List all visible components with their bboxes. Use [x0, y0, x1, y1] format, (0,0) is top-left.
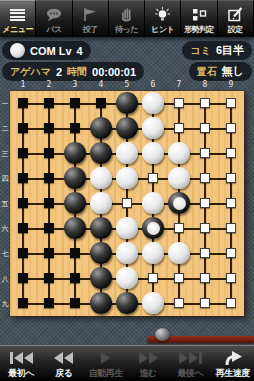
white-territory-marker	[226, 198, 236, 208]
dead-stone-mark	[173, 197, 186, 210]
black-stone	[90, 267, 112, 289]
board-cell[interactable]	[140, 141, 166, 166]
white-territory-marker	[148, 173, 158, 183]
board-cell[interactable]	[114, 266, 140, 291]
pass-button[interactable]: パス	[36, 0, 72, 37]
board-cell[interactable]	[114, 241, 140, 266]
com-level-value: 4	[77, 45, 83, 57]
black-stone	[64, 192, 86, 214]
white-territory-marker	[174, 273, 184, 283]
board-cell[interactable]	[88, 116, 114, 141]
white-territory-marker	[200, 248, 210, 258]
board-cell[interactable]	[166, 141, 192, 166]
menu-button-label: メニュー	[2, 24, 33, 35]
dead-stone-mark	[147, 222, 160, 235]
board-grid	[10, 91, 244, 316]
white-stone	[90, 192, 112, 214]
board-cell[interactable]	[114, 116, 140, 141]
board-cell[interactable]	[166, 291, 192, 316]
board-cell[interactable]	[88, 241, 114, 266]
board-cell[interactable]	[166, 91, 192, 116]
white-territory-marker	[200, 198, 210, 208]
board-cell[interactable]	[166, 116, 192, 141]
row-label: 二	[0, 116, 10, 141]
board-cell[interactable]	[10, 241, 36, 266]
black-territory-marker	[96, 98, 106, 108]
black-stone	[64, 167, 86, 189]
skip-to-last-button[interactable]: 最後へ	[169, 346, 211, 381]
playback-speed-button[interactable]: 再生速度	[212, 346, 254, 381]
handicap-label: 置石	[197, 65, 217, 79]
white-territory-marker	[226, 223, 236, 233]
board-cell[interactable]	[62, 166, 88, 191]
black-territory-marker	[18, 123, 28, 133]
board-cell[interactable]	[88, 291, 114, 316]
board-cell[interactable]	[88, 216, 114, 241]
black-territory-marker	[44, 273, 54, 283]
board-cell[interactable]	[36, 241, 62, 266]
board-cell[interactable]	[166, 241, 192, 266]
board-cell[interactable]	[192, 216, 218, 241]
board-cell[interactable]	[10, 266, 36, 291]
black-territory-marker	[44, 148, 54, 158]
black-territory-marker	[44, 123, 54, 133]
speech-bubble-icon	[46, 5, 62, 24]
board-cell[interactable]	[10, 166, 36, 191]
board-cell[interactable]	[88, 91, 114, 116]
settings-button[interactable]: 設定	[218, 0, 254, 37]
board-cell[interactable]	[140, 166, 166, 191]
settings-icon	[227, 5, 243, 24]
menu-button[interactable]: メニュー	[0, 0, 36, 37]
white-stone	[142, 142, 164, 164]
black-stone	[90, 142, 112, 164]
board-cell[interactable]	[166, 216, 192, 241]
board-cell[interactable]	[36, 166, 62, 191]
time-value: 00:00:01	[92, 66, 136, 78]
board-cell[interactable]	[62, 91, 88, 116]
board-cell[interactable]	[10, 141, 36, 166]
board-cell[interactable]	[36, 116, 62, 141]
board-cell[interactable]	[166, 266, 192, 291]
white-territory-marker	[200, 298, 210, 308]
black-territory-marker	[44, 98, 54, 108]
white-stone	[168, 167, 190, 189]
white-territory-marker	[200, 223, 210, 233]
row-label: 六	[0, 216, 10, 241]
go-app-screen: メニュー パス 投了 待った ヒント	[0, 0, 254, 381]
white-territory-marker	[226, 173, 236, 183]
white-territory-marker	[226, 98, 236, 108]
step-back-button[interactable]: 戻る	[42, 346, 84, 381]
black-territory-marker	[44, 198, 54, 208]
row-label: 七	[0, 241, 10, 266]
black-stone	[90, 292, 112, 314]
black-territory-marker	[18, 223, 28, 233]
resign-button[interactable]: 投了	[73, 0, 109, 37]
undo-button-label: 待った	[115, 24, 138, 35]
row-label: 三	[0, 141, 10, 166]
white-territory-marker	[174, 223, 184, 233]
skip-to-first-button[interactable]: 最初へ	[0, 346, 42, 381]
white-territory-marker	[200, 123, 210, 133]
black-territory-marker	[18, 173, 28, 183]
step-forward-label: 進む	[140, 367, 157, 380]
board-cell[interactable]	[62, 241, 88, 266]
white-stone	[116, 142, 138, 164]
black-stone	[64, 217, 86, 239]
row-label: 四	[0, 166, 10, 191]
board-cell[interactable]	[62, 141, 88, 166]
board-cell[interactable]	[36, 266, 62, 291]
flag-icon	[82, 5, 98, 24]
handicap-value: 無し	[222, 64, 244, 79]
white-stone	[168, 242, 190, 264]
board-cell[interactable]	[114, 166, 140, 191]
board-cell[interactable]	[140, 266, 166, 291]
board-cell[interactable]	[218, 266, 244, 291]
time-label: 時間	[67, 65, 87, 79]
playback-speed-icon	[223, 349, 243, 367]
column-label: 6	[140, 80, 166, 89]
black-territory-marker	[44, 223, 54, 233]
black-territory-marker	[44, 248, 54, 258]
board-cell[interactable]	[62, 266, 88, 291]
board-cell[interactable]	[140, 291, 166, 316]
white-territory-marker	[200, 273, 210, 283]
board-cell[interactable]	[218, 216, 244, 241]
board-cell[interactable]	[62, 191, 88, 216]
white-territory-marker	[200, 98, 210, 108]
black-territory-marker	[70, 273, 80, 283]
board-cell[interactable]	[114, 191, 140, 216]
board-cell[interactable]	[218, 166, 244, 191]
go-board	[10, 91, 244, 316]
board-cell[interactable]	[218, 241, 244, 266]
board-cell[interactable]	[62, 291, 88, 316]
board-cell[interactable]	[140, 191, 166, 216]
white-stone	[116, 242, 138, 264]
column-label: 9	[218, 80, 244, 89]
white-stone	[142, 192, 164, 214]
black-territory-marker	[18, 298, 28, 308]
column-label: 5	[114, 80, 140, 89]
board-cell[interactable]	[140, 216, 166, 241]
board-cell[interactable]	[218, 116, 244, 141]
capture-time-pill: アゲハマ 2 時間 00:00:01	[2, 62, 144, 81]
white-stone	[142, 242, 164, 264]
black-territory-marker	[70, 98, 80, 108]
step-back-icon	[54, 349, 73, 367]
board-cell[interactable]	[140, 241, 166, 266]
autoplay-label: 自動再生	[89, 367, 123, 380]
board-cell[interactable]	[218, 141, 244, 166]
black-stone	[116, 117, 138, 139]
skip-to-first-icon	[10, 349, 33, 367]
board-cell[interactable]	[88, 166, 114, 191]
white-stone	[168, 142, 190, 164]
board-cell[interactable]	[218, 191, 244, 216]
step-forward-button[interactable]: 進む	[127, 346, 169, 381]
white-territory-marker	[200, 173, 210, 183]
white-territory-marker	[226, 248, 236, 258]
board-cell[interactable]	[88, 141, 114, 166]
board-cell[interactable]	[192, 291, 218, 316]
black-territory-marker	[18, 98, 28, 108]
resign-button-label: 投了	[83, 24, 98, 35]
settings-button-label: 設定	[228, 24, 243, 35]
board-cell[interactable]	[36, 216, 62, 241]
board-cell[interactable]	[114, 216, 140, 241]
top-toolbar: メニュー パス 投了 待った ヒント	[0, 0, 254, 37]
white-stone	[142, 117, 164, 139]
white-stone	[142, 92, 164, 114]
column-label: 3	[62, 80, 88, 89]
playback-toolbar: 最初へ 戻る 自動再生 進む 最後へ 再生速度	[0, 345, 254, 381]
column-label: 7	[166, 80, 192, 89]
board-cell[interactable]	[218, 91, 244, 116]
board-cell[interactable]	[114, 141, 140, 166]
black-territory-marker	[18, 198, 28, 208]
column-label: 1	[10, 80, 36, 89]
black-stone	[116, 292, 138, 314]
komi-value: 6目半	[216, 43, 244, 58]
black-territory-marker	[44, 173, 54, 183]
hint-button-label: ヒント	[151, 24, 174, 35]
black-territory-marker	[70, 248, 80, 258]
board-cell[interactable]	[36, 91, 62, 116]
row-labels: 一二三四五六七八九	[0, 91, 10, 316]
board-cell[interactable]	[88, 191, 114, 216]
row-label: 八	[0, 266, 10, 291]
white-territory-marker	[226, 298, 236, 308]
black-stone	[116, 92, 138, 114]
black-territory-marker	[70, 123, 80, 133]
row-label: 五	[0, 191, 10, 216]
board-cell[interactable]	[62, 216, 88, 241]
board-cell[interactable]	[114, 91, 140, 116]
white-territory-marker	[226, 148, 236, 158]
white-territory-marker	[174, 98, 184, 108]
board-cell[interactable]	[166, 191, 192, 216]
play-icon	[101, 349, 110, 367]
dead-black-stone	[168, 192, 190, 214]
hint-button[interactable]: ヒント	[145, 0, 181, 37]
board-cell[interactable]	[140, 116, 166, 141]
playback-speed-label: 再生速度	[216, 367, 250, 380]
board-cell[interactable]	[192, 141, 218, 166]
board-cell[interactable]	[114, 291, 140, 316]
board-cell[interactable]	[192, 266, 218, 291]
board-cell[interactable]	[192, 191, 218, 216]
pass-button-label: パス	[46, 24, 61, 35]
board-cell[interactable]	[192, 91, 218, 116]
black-territory-marker	[18, 148, 28, 158]
board-cell[interactable]	[10, 191, 36, 216]
board-cell[interactable]	[218, 291, 244, 316]
white-territory-marker	[226, 273, 236, 283]
board-cell[interactable]	[140, 91, 166, 116]
white-territory-marker	[200, 148, 210, 158]
column-label: 8	[192, 80, 218, 89]
row-label: 九	[0, 291, 10, 316]
black-territory-marker	[18, 273, 28, 283]
white-territory-marker	[174, 298, 184, 308]
white-stone	[116, 217, 138, 239]
komi-label: コミ	[190, 44, 210, 58]
board-cell[interactable]	[10, 91, 36, 116]
column-label: 2	[36, 80, 62, 89]
white-stone	[142, 292, 164, 314]
stone-on-lid-decoration	[155, 328, 170, 341]
black-stone	[90, 217, 112, 239]
step-back-label: 戻る	[55, 367, 72, 380]
autoplay-button[interactable]: 自動再生	[85, 346, 127, 381]
black-territory-marker	[70, 298, 80, 308]
agehama-value: 2	[56, 66, 62, 78]
menu-icon	[10, 5, 25, 24]
board-cell[interactable]	[10, 216, 36, 241]
undo-button[interactable]: 待った	[109, 0, 145, 37]
white-stone-icon	[10, 43, 25, 58]
black-stone	[90, 242, 112, 264]
board-cell[interactable]	[192, 241, 218, 266]
board-cell[interactable]	[166, 166, 192, 191]
black-territory-marker	[44, 298, 54, 308]
agehama-label: アゲハマ	[10, 65, 51, 79]
row-label: 一	[0, 91, 10, 116]
white-territory-marker	[174, 123, 184, 133]
fast-forward-icon	[139, 349, 158, 367]
board-cell[interactable]	[62, 116, 88, 141]
komi-pill: コミ 6目半	[182, 41, 252, 60]
white-stone	[90, 167, 112, 189]
black-territory-marker	[18, 248, 28, 258]
board-cell[interactable]	[36, 291, 62, 316]
board-cell[interactable]	[88, 266, 114, 291]
black-stone	[64, 142, 86, 164]
judgment-button[interactable]: 形勢判定	[181, 0, 217, 37]
board-cell[interactable]	[192, 116, 218, 141]
skip-to-last-icon	[179, 349, 202, 367]
judgment-squares-icon	[191, 5, 207, 24]
white-stone	[116, 167, 138, 189]
board-cell[interactable]	[10, 116, 36, 141]
board-cell[interactable]	[10, 291, 36, 316]
white-stone	[116, 267, 138, 289]
skip-to-first-label: 最初へ	[8, 367, 34, 380]
dead-black-stone	[142, 217, 164, 239]
white-territory-marker	[226, 123, 236, 133]
com-label: COM Lv	[30, 45, 72, 57]
judgment-button-label: 形勢判定	[184, 24, 214, 35]
board-cell[interactable]	[192, 166, 218, 191]
lightbulb-icon	[154, 5, 171, 24]
hand-icon	[119, 5, 134, 24]
handicap-pill: 置石 無し	[189, 62, 252, 81]
column-label: 4	[88, 80, 114, 89]
com-level-pill: COM Lv 4	[2, 41, 91, 60]
skip-to-last-label: 最後へ	[178, 367, 204, 380]
board-cell[interactable]	[36, 191, 62, 216]
black-stone	[90, 117, 112, 139]
white-territory-marker	[122, 198, 132, 208]
white-territory-marker	[148, 273, 158, 283]
board-cell[interactable]	[36, 141, 62, 166]
column-labels: 123456789	[10, 80, 244, 89]
